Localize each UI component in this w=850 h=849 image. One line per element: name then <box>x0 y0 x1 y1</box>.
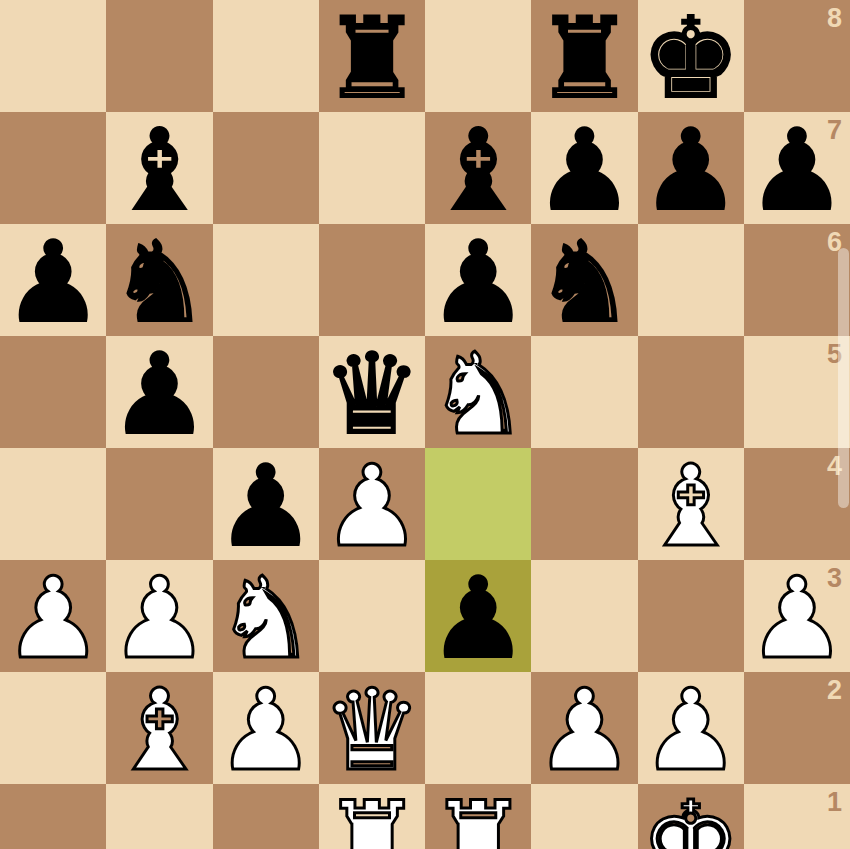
piece-white-pawn-g2[interactable]: ♟ <box>640 674 740 786</box>
piece-white-rook-d1[interactable]: ♜ <box>322 786 422 849</box>
square-c6[interactable] <box>213 224 319 336</box>
piece-white-pawn-f2[interactable]: ♟ <box>534 674 634 786</box>
piece-white-pawn-c2[interactable]: ♟ <box>215 674 315 786</box>
square-a3[interactable]: ♟ <box>0 560 106 672</box>
square-a5[interactable] <box>0 336 106 448</box>
piece-white-king-g1[interactable]: ♚ <box>640 786 740 849</box>
square-d7[interactable] <box>319 112 425 224</box>
rank-label-8: 8 <box>827 5 842 32</box>
square-g2[interactable]: ♟ <box>638 672 744 784</box>
square-f4[interactable] <box>531 448 637 560</box>
rank-label-1: 1 <box>827 789 842 816</box>
square-e1[interactable]: ♜e <box>425 784 531 849</box>
square-c7[interactable] <box>213 112 319 224</box>
square-c2[interactable]: ♟ <box>213 672 319 784</box>
square-d1[interactable]: ♜d <box>319 784 425 849</box>
piece-black-pawn-g7[interactable]: ♟ <box>640 114 740 226</box>
square-g8[interactable]: ♚ <box>638 0 744 112</box>
square-f8[interactable]: ♜ <box>531 0 637 112</box>
piece-white-pawn-h3[interactable]: ♟ <box>747 562 847 674</box>
square-e7[interactable]: ♝ <box>425 112 531 224</box>
square-e4[interactable] <box>425 448 531 560</box>
square-d8[interactable]: ♜ <box>319 0 425 112</box>
square-h8[interactable]: 8 <box>744 0 850 112</box>
scrollbar-thumb[interactable] <box>838 248 849 508</box>
square-e8[interactable] <box>425 0 531 112</box>
square-g5[interactable] <box>638 336 744 448</box>
piece-black-knight-b6[interactable]: ♞ <box>109 226 209 338</box>
piece-black-pawn-f7[interactable]: ♟ <box>534 114 634 226</box>
square-f5[interactable] <box>531 336 637 448</box>
square-a7[interactable] <box>0 112 106 224</box>
square-f1[interactable]: f <box>531 784 637 849</box>
square-a1[interactable]: a <box>0 784 106 849</box>
square-e5[interactable]: ♞ <box>425 336 531 448</box>
square-f6[interactable]: ♞ <box>531 224 637 336</box>
piece-white-rook-e1[interactable]: ♜ <box>428 786 528 849</box>
square-c3[interactable]: ♞ <box>213 560 319 672</box>
piece-black-pawn-c4[interactable]: ♟ <box>215 450 315 562</box>
square-a8[interactable] <box>0 0 106 112</box>
square-b8[interactable] <box>106 0 212 112</box>
piece-black-knight-f6[interactable]: ♞ <box>534 226 634 338</box>
square-d4[interactable]: ♟ <box>319 448 425 560</box>
chess-board: ♜♜♚8♝♝♟♟♟7♟♞♟♞6♟♛♞5♟♟♝4♟♟♞♟♟3♝♟♛♟♟2abc♜d… <box>0 0 850 849</box>
square-c8[interactable] <box>213 0 319 112</box>
square-h1[interactable]: 1h <box>744 784 850 849</box>
piece-black-pawn-e3[interactable]: ♟ <box>428 562 528 674</box>
square-e3[interactable]: ♟ <box>425 560 531 672</box>
piece-black-pawn-a6[interactable]: ♟ <box>3 226 103 338</box>
piece-black-bishop-e7[interactable]: ♝ <box>428 114 528 226</box>
square-d5[interactable]: ♛ <box>319 336 425 448</box>
square-b5[interactable]: ♟ <box>106 336 212 448</box>
piece-white-queen-d2[interactable]: ♛ <box>322 674 422 786</box>
square-h3[interactable]: ♟3 <box>744 560 850 672</box>
square-g4[interactable]: ♝ <box>638 448 744 560</box>
square-e2[interactable] <box>425 672 531 784</box>
rank-label-2: 2 <box>827 677 842 704</box>
square-d2[interactable]: ♛ <box>319 672 425 784</box>
square-b6[interactable]: ♞ <box>106 224 212 336</box>
piece-black-pawn-e6[interactable]: ♟ <box>428 226 528 338</box>
square-h4[interactable]: 4 <box>744 448 850 560</box>
piece-white-bishop-g4[interactable]: ♝ <box>640 450 740 562</box>
square-d6[interactable] <box>319 224 425 336</box>
piece-black-rook-d8[interactable]: ♜ <box>322 2 422 114</box>
piece-black-bishop-b7[interactable]: ♝ <box>109 114 209 226</box>
piece-white-bishop-b2[interactable]: ♝ <box>109 674 209 786</box>
square-c1[interactable]: c <box>213 784 319 849</box>
square-b1[interactable]: b <box>106 784 212 849</box>
piece-black-rook-f8[interactable]: ♜ <box>534 2 634 114</box>
square-a4[interactable] <box>0 448 106 560</box>
piece-white-knight-c3[interactable]: ♞ <box>215 562 315 674</box>
square-f7[interactable]: ♟ <box>531 112 637 224</box>
square-b4[interactable] <box>106 448 212 560</box>
square-a2[interactable] <box>0 672 106 784</box>
piece-white-knight-e5[interactable]: ♞ <box>428 338 528 450</box>
square-b7[interactable]: ♝ <box>106 112 212 224</box>
square-d3[interactable] <box>319 560 425 672</box>
piece-white-pawn-d4[interactable]: ♟ <box>322 450 422 562</box>
square-f3[interactable] <box>531 560 637 672</box>
square-h7[interactable]: ♟7 <box>744 112 850 224</box>
piece-black-pawn-h7[interactable]: ♟ <box>747 114 847 226</box>
square-h5[interactable]: 5 <box>744 336 850 448</box>
piece-white-pawn-b3[interactable]: ♟ <box>109 562 209 674</box>
square-a6[interactable]: ♟ <box>0 224 106 336</box>
square-c4[interactable]: ♟ <box>213 448 319 560</box>
square-g6[interactable] <box>638 224 744 336</box>
square-c5[interactable] <box>213 336 319 448</box>
square-g1[interactable]: ♚g <box>638 784 744 849</box>
square-b2[interactable]: ♝ <box>106 672 212 784</box>
square-g3[interactable] <box>638 560 744 672</box>
square-h2[interactable]: 2 <box>744 672 850 784</box>
piece-white-pawn-a3[interactable]: ♟ <box>3 562 103 674</box>
square-g7[interactable]: ♟ <box>638 112 744 224</box>
piece-black-pawn-b5[interactable]: ♟ <box>109 338 209 450</box>
piece-black-queen-d5[interactable]: ♛ <box>322 338 422 450</box>
square-b3[interactable]: ♟ <box>106 560 212 672</box>
piece-black-king-g8[interactable]: ♚ <box>640 2 740 114</box>
square-f2[interactable]: ♟ <box>531 672 637 784</box>
square-e6[interactable]: ♟ <box>425 224 531 336</box>
square-h6[interactable]: 6 <box>744 224 850 336</box>
